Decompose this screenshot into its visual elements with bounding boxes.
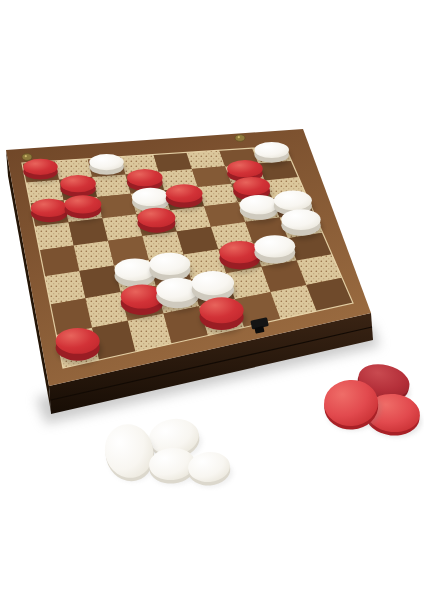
piece-white-h1[interactable] [254,142,291,166]
brass-hinge-icon [235,135,245,142]
square-f2[interactable] [192,166,232,187]
piece-red-b3[interactable] [65,195,104,222]
piece-white-g6[interactable] [254,235,297,268]
hinge-highlight [238,136,240,138]
square-b5[interactable] [74,241,114,271]
piece-red-a8[interactable] [56,328,103,365]
piece-red-d4[interactable] [137,208,177,237]
square-c4[interactable] [102,214,142,241]
square-e1[interactable] [154,152,192,171]
piece-red-e8[interactable] [200,297,247,334]
brass-hinge-icon [22,154,32,161]
piece-red-a3[interactable] [31,199,70,226]
offboard-white-piece[interactable] [187,450,234,489]
product-photo-scene: checkers [0,0,424,600]
hinge-highlight [25,155,27,157]
square-a5[interactable] [39,245,79,276]
square-a4[interactable] [35,222,74,250]
piece-red-a1[interactable] [23,159,60,183]
piece-white-h5[interactable] [281,209,323,240]
piece-white-c1[interactable] [89,154,126,178]
checkers-board-scene [0,0,424,600]
square-b4[interactable] [69,218,109,245]
piece-red-e3[interactable] [166,184,205,211]
square-f1[interactable] [186,150,225,169]
